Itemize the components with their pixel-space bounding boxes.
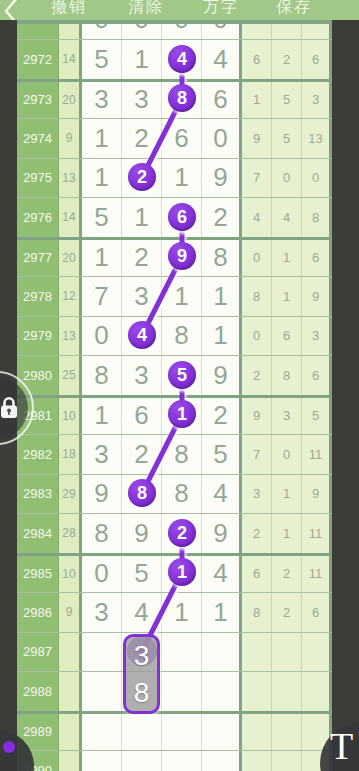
digit-cell[interactable]: 3 [82,435,122,474]
digit-cell[interactable]: 9 [82,475,122,514]
digit-cell-label: 4 [213,558,227,589]
digit-cell-label: 7 [94,281,108,312]
extra-cell [242,24,272,39]
digit-cell-label [82,751,121,771]
extra-cell-label: 5 [312,408,319,423]
extra-cell: 8 [302,198,332,237]
extra-cell-label: 11 [309,526,323,541]
issue-cell: 2988 [17,672,58,711]
extra-cell [272,714,302,751]
sum-cell-label: 20 [62,251,75,265]
extra-cell-label: 1 [283,250,290,265]
digit-cell[interactable]: 3 [122,277,162,316]
wanzi-button[interactable]: 万字 [203,0,239,17]
extra-cell-label: 8 [283,368,290,383]
save-button[interactable]: 保存 [276,0,312,17]
digit-cell-label: 2 [213,202,227,233]
sum-cell: 9 [58,119,82,158]
extra-cell: 5 [302,398,332,435]
extra-cell: 6 [302,593,332,632]
extra-cell-label: 9 [312,486,319,501]
digit-cell-label: 2 [134,123,148,154]
extra-cell-label: 9 [312,289,319,304]
sum-cell: 14 [58,198,82,237]
extra-cell: 9 [242,398,272,435]
purple-dot-icon [3,741,15,753]
digit-cell-label: 9 [94,478,108,509]
extra-cell: 7 [242,435,272,474]
extra-cell [272,751,302,771]
sum-cell: 10 [58,556,82,593]
issue-cell-label: 2988 [23,684,52,699]
trend-chart[interactable]: 0000297214514462629732033861532974912609… [17,20,332,771]
issue-cell-label: 2980 [23,368,52,383]
digit-cell[interactable]: 0 [82,317,122,356]
sum-cell-label: 13 [62,329,75,343]
digit-cell-label: 9 [213,518,227,549]
extra-cell-label: 9 [253,131,260,146]
digit-cell[interactable]: 8 [162,435,202,474]
digit-cell[interactable]: 6 [162,119,202,158]
digit-cell[interactable]: 2 [202,398,242,435]
extra-cell: 1 [272,277,302,316]
extra-cell-label [302,24,329,39]
extra-cell-label: 11 [309,447,323,462]
sum-cell: 29 [58,475,82,514]
sum-cell [58,24,82,39]
row-2990: 2990 [17,750,332,771]
digit-cell-label: 0 [122,24,161,39]
digit-cell[interactable] [82,714,122,751]
circled-digit-2984: 2 [168,519,196,547]
digit-cell[interactable]: 3 [122,356,162,395]
circled-digit-2980: 5 [168,361,196,389]
extra-cell-label: 4 [283,210,290,225]
digit-cell-label: 0 [94,320,108,351]
digit-cell[interactable]: 1 [82,119,122,158]
extra-cell-label: 9 [253,408,260,423]
digit-cell-label: 1 [213,320,227,351]
extra-cell: 9 [302,475,332,514]
issue-cell: 2976 [17,198,58,237]
digit-cell[interactable] [202,633,242,672]
digit-cell-label: 1 [134,202,148,233]
extra-cell-label: 3 [253,486,260,501]
digit-cell[interactable]: 2 [122,240,162,277]
digit-cell-label: 9 [134,518,148,549]
digit-cell[interactable]: 1 [202,317,242,356]
digit-cell[interactable]: 1 [122,40,162,79]
extra-cell: 5 [272,82,302,119]
digit-cell-label: 0 [213,123,227,154]
digit-cell[interactable]: 0 [122,24,162,39]
sum-cell-label: 20 [62,93,75,107]
extra-cell-label: 2 [283,566,290,581]
digit-cell[interactable]: 8 [162,317,202,356]
digit-cell-label: 9 [213,162,227,193]
digit-cell[interactable]: 5 [202,435,242,474]
digit-cell[interactable]: 2 [122,119,162,158]
digit-cell[interactable]: 1 [202,593,242,632]
sum-cell: 14 [58,40,82,79]
sum-cell-label [59,24,79,39]
extra-cell: 3 [242,475,272,514]
extra-cell-label: 11 [309,566,323,581]
extra-cell-label: 5 [283,131,290,146]
sum-cell-label: 28 [62,526,75,540]
digit-cell[interactable] [162,633,202,672]
extra-cell-label: 3 [283,408,290,423]
digit-cell[interactable]: 0 [202,119,242,158]
digit-cell[interactable]: 6 [122,398,162,435]
issue-cell: 2975 [17,159,58,198]
extra-cell-label: 0 [283,447,290,462]
digit-cell-label: 1 [213,281,227,312]
extra-cell: 4 [242,198,272,237]
digit-cell-label: 9 [213,360,227,391]
clear-button[interactable]: 清除 [128,0,164,17]
extra-cell: 8 [242,593,272,632]
digit-cell-label: 6 [213,84,227,115]
digit-cell-label: 1 [134,44,148,75]
digit-cell[interactable]: 5 [82,198,122,237]
digit-cell[interactable]: 5 [82,40,122,79]
digit-cell-label: 3 [134,84,148,115]
extra-cell [272,672,302,711]
row-2975: 2975131219700 [17,158,332,198]
digit-cell[interactable]: 4 [202,40,242,79]
extra-cell: 0 [272,159,302,198]
digit-cell-label: 1 [94,162,108,193]
digit-cell-label: 8 [174,478,188,509]
circled-digit-2976: 6 [168,203,196,231]
extra-cell: 9 [242,119,272,158]
extra-cell-label: 6 [283,328,290,343]
extra-cell-label: 3 [312,328,319,343]
digit-cell[interactable]: 9 [122,514,162,553]
circled-digit-2972: 4 [168,45,196,73]
sum-cell: 13 [58,317,82,356]
row-2988: 2988 [17,671,332,711]
digit-cell-label: 3 [134,360,148,391]
draw-box-digit: 8 [134,678,150,708]
digit-cell[interactable]: 4 [202,556,242,593]
chevron-left-icon [2,0,20,20]
sum-cell-label: 18 [62,447,75,461]
issue-cell-label: 2984 [23,526,52,541]
digit-cell-label: 1 [94,123,108,154]
extra-cell-label: 3 [312,92,319,107]
digit-cell-label: 8 [213,242,227,273]
sum-cell: 10 [58,398,82,435]
issue-cell-label: 2978 [23,289,52,304]
issue-cell: 2973 [17,82,58,119]
extra-cell [272,24,302,39]
sum-cell: 25 [58,356,82,395]
extra-cell [242,751,272,771]
digit-cell[interactable]: 9 [202,159,242,198]
extra-cell: 9 [302,277,332,316]
digit-cell-label: 2 [134,439,148,470]
extra-cell-label: 2 [253,526,260,541]
extra-cell: 11 [302,556,332,593]
extra-cell-label: 6 [312,52,319,67]
digit-cell[interactable]: 9 [202,514,242,553]
digit-cell[interactable]: 8 [162,475,202,514]
digit-cell[interactable]: 5 [122,556,162,593]
digit-cell-label: 2 [134,242,148,273]
issue-cell: 2982 [17,435,58,474]
sum-cell [58,633,82,672]
sum-cell-label: 25 [62,368,75,382]
digit-cell[interactable] [82,751,122,771]
digit-cell-label [162,751,201,771]
extra-cell: 3 [272,398,302,435]
extra-cell: 11 [302,435,332,474]
sum-cell [58,751,82,771]
digit-cell[interactable]: 1 [202,277,242,316]
extra-cell: 6 [242,40,272,79]
digit-cell[interactable]: 2 [122,435,162,474]
digit-cell[interactable]: 3 [122,82,162,119]
digit-cell[interactable] [82,672,122,711]
draw-box-digit: 3 [134,641,150,671]
digit-cell[interactable]: 1 [122,198,162,237]
digit-cell[interactable]: 8 [202,240,242,277]
issue-cell-label: 2977 [23,250,52,265]
sum-cell [58,672,82,711]
digit-cell[interactable]: 1 [82,398,122,435]
digit-cell-label: 6 [174,123,188,154]
extra-cell: 2 [272,593,302,632]
digit-cell[interactable]: 0 [162,24,202,39]
extra-cell: 0 [302,159,332,198]
extra-cell: 2 [242,514,272,553]
digit-cell[interactable]: 7 [82,277,122,316]
digit-cell-label: 3 [134,281,148,312]
digit-cell[interactable]: 1 [162,593,202,632]
issue-cell-label: 2989 [23,724,52,739]
extra-cell-label: 5 [283,92,290,107]
padlock-icon [0,396,20,420]
extra-cell: 1 [242,82,272,119]
digit-cell-label: 1 [174,162,188,193]
extra-cell: 2 [272,40,302,79]
extra-cell-label: 6 [253,52,260,67]
extra-cell: 3 [302,82,332,119]
extra-cell: 8 [242,277,272,316]
digit-cell[interactable] [202,672,242,711]
issue-cell: 2978 [17,277,58,316]
issue-cell-label [17,24,58,39]
sum-cell-label: 14 [62,52,75,66]
issue-cell-label: 2986 [23,605,52,620]
issue-cell: 2985 [17,556,58,593]
issue-cell-label: 2982 [23,447,52,462]
extra-cell-label: 13 [308,131,322,146]
digit-cell[interactable] [82,633,122,672]
issue-cell [17,24,58,39]
digit-cell-label: 1 [174,281,188,312]
extra-cell-label: 6 [312,250,319,265]
digit-cell-label: 5 [213,439,227,470]
digit-cell-label: 8 [94,360,108,391]
extra-cell: 1 [272,514,302,553]
prediction-draw-box[interactable]: 3 8 [123,634,160,714]
back-button[interactable] [2,0,20,20]
sum-cell: 13 [58,159,82,198]
extra-cell-label [242,751,271,771]
digit-cell[interactable] [202,714,242,751]
sum-cell-label: 12 [62,289,75,303]
extra-cell: 8 [272,356,302,395]
digit-cell[interactable]: 3 [82,82,122,119]
extra-cell: 7 [242,159,272,198]
text-tool-label: T [330,724,353,768]
digit-cell-label: 2 [213,400,227,431]
sum-cell-label: 13 [62,171,75,185]
issue-cell-label: 2987 [23,644,52,659]
row-2974: 2974912609513 [17,118,332,158]
extra-cell-label: 8 [253,289,260,304]
issue-cell-label: 2983 [23,486,52,501]
extra-cell: 3 [302,317,332,356]
digit-cell[interactable]: 0 [202,24,242,39]
digit-cell[interactable]: 4 [202,475,242,514]
digit-cell[interactable]: 3 [82,593,122,632]
digit-cell[interactable] [162,714,202,751]
extra-cell: 2 [242,356,272,395]
extra-cell-label: 6 [253,566,260,581]
extra-cell: 13 [302,119,332,158]
extra-cell-label: 6 [312,368,319,383]
extra-cell-label: 1 [283,486,290,501]
extra-cell [242,633,272,672]
digit-cell[interactable] [162,672,202,711]
row-2979: 2979130481063 [17,316,332,356]
digit-cell[interactable]: 4 [122,593,162,632]
extra-cell: 4 [272,198,302,237]
extra-cell-label: 1 [283,526,290,541]
digit-cell[interactable]: 2 [202,198,242,237]
extra-cell-label: 2 [283,52,290,67]
digit-cell[interactable]: 9 [202,356,242,395]
digit-cell[interactable]: 1 [82,240,122,277]
extra-cell-label: 6 [312,605,319,620]
digit-cell-label: 3 [94,439,108,470]
extra-cell-label: 0 [283,170,290,185]
digit-cell-label: 4 [134,597,148,628]
extra-cell: 0 [242,240,272,277]
digit-cell[interactable]: 1 [162,277,202,316]
digit-cell-label [122,751,161,771]
sum-cell: 18 [58,435,82,474]
digit-cell[interactable] [202,751,242,771]
extra-cell [242,672,272,711]
sum-cell-label: 9 [66,605,73,619]
issue-cell: 2986 [17,593,58,632]
extra-cell-label: 0 [253,250,260,265]
digit-cell-label: 1 [94,242,108,273]
digit-cell[interactable]: 1 [162,159,202,198]
row-2989: 2989 [17,711,332,751]
issue-cell-label: 2985 [23,566,52,581]
extra-cell: 6 [302,240,332,277]
digit-cell-label: 1 [174,597,188,628]
sum-cell-label [59,751,79,771]
issue-cell-label: 2974 [23,131,52,146]
digit-cell[interactable] [162,751,202,771]
digit-cell-label [202,751,239,771]
issue-cell: 2972 [17,40,58,79]
app-screen: 撤销 清除 万字 保存 0000297214514462629732033861… [0,0,359,771]
digit-cell[interactable]: 1 [82,159,122,198]
sum-cell: 28 [58,514,82,553]
issue-cell: 2977 [17,240,58,277]
sum-cell-label: 14 [62,210,75,224]
extra-cell-label: 8 [312,210,319,225]
digit-cell-label: 0 [82,24,121,39]
extra-cell: 11 [302,514,332,553]
digit-cell-label: 0 [162,24,201,39]
digit-cell[interactable]: 8 [82,514,122,553]
extra-cell-label [272,24,301,39]
extra-cell-label [242,24,271,39]
digit-cell-label: 8 [174,320,188,351]
digit-cell[interactable] [122,714,162,751]
row-2978: 2978127311819 [17,276,332,316]
extra-cell-label: 8 [253,605,260,620]
digit-cell[interactable]: 8 [82,356,122,395]
digit-cell[interactable]: 0 [82,556,122,593]
sum-cell: 20 [58,82,82,119]
digit-cell-label: 3 [94,84,108,115]
digit-cell[interactable]: 6 [202,82,242,119]
sum-cell: 20 [58,240,82,277]
extra-cell-label: 4 [253,210,260,225]
toolbar: 撤销 清除 万字 保存 [0,0,359,20]
extra-cell: 0 [272,435,302,474]
extra-cell [302,633,332,672]
digit-cell-label: 1 [94,400,108,431]
issue-cell-label: 2972 [23,52,52,67]
extra-cell: 1 [272,240,302,277]
extra-cell [302,24,332,39]
extra-cell-label: 2 [283,605,290,620]
digit-cell-label: 6 [134,400,148,431]
digit-cell[interactable] [122,751,162,771]
extra-cell: 2 [272,556,302,593]
digit-cell-label: 4 [213,44,227,75]
issue-cell: 2979 [17,317,58,356]
undo-button[interactable]: 撤销 [51,0,87,17]
extra-cell: 6 [272,317,302,356]
row-2982: 29821832857011 [17,434,332,474]
sum-cell-label: 9 [66,131,73,145]
extra-cell-label: 7 [253,447,260,462]
digit-cell-label: 3 [94,597,108,628]
sum-cell-label: 10 [62,409,75,423]
digit-cell-label: 8 [94,518,108,549]
extra-cell: 5 [272,119,302,158]
sum-cell-label: 10 [62,567,75,581]
digit-cell[interactable]: 0 [82,24,122,39]
issue-cell-label: 2975 [23,170,52,185]
extra-cell: 1 [272,475,302,514]
digit-cell-label: 5 [94,202,108,233]
digit-cell-label: 5 [134,558,148,589]
digit-cell-label: 4 [213,478,227,509]
